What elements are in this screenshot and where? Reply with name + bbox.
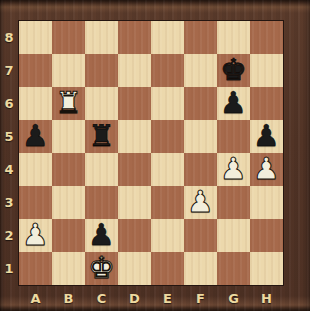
file-label-e: E xyxy=(151,286,184,311)
black-pawn[interactable]: ♟ xyxy=(253,121,280,151)
square-c1[interactable]: ♚ xyxy=(85,252,118,285)
square-e3[interactable] xyxy=(151,186,184,219)
square-d3[interactable] xyxy=(118,186,151,219)
square-c3[interactable] xyxy=(85,186,118,219)
square-f5[interactable] xyxy=(184,120,217,153)
rank-label-1: 1 xyxy=(0,252,18,285)
rank-label-8: 8 xyxy=(0,21,18,54)
rank-labels: 87654321 xyxy=(0,21,18,285)
square-c8[interactable] xyxy=(85,21,118,54)
square-b7[interactable] xyxy=(52,54,85,87)
square-g4[interactable]: ♟ xyxy=(217,153,250,186)
square-h1[interactable] xyxy=(250,252,283,285)
square-d5[interactable] xyxy=(118,120,151,153)
square-h6[interactable] xyxy=(250,87,283,120)
rank-label-2: 2 xyxy=(0,219,18,252)
square-h3[interactable] xyxy=(250,186,283,219)
white-pawn[interactable]: ♟ xyxy=(22,220,49,250)
file-label-c: C xyxy=(85,286,118,311)
file-label-d: D xyxy=(118,286,151,311)
file-label-h: H xyxy=(250,286,283,311)
square-a5[interactable]: ♟ xyxy=(19,120,52,153)
square-f1[interactable] xyxy=(184,252,217,285)
square-a4[interactable] xyxy=(19,153,52,186)
square-d2[interactable] xyxy=(118,219,151,252)
file-label-g: G xyxy=(217,286,250,311)
square-h4[interactable]: ♟ xyxy=(250,153,283,186)
file-label-f: F xyxy=(184,286,217,311)
square-h2[interactable] xyxy=(250,219,283,252)
square-e7[interactable] xyxy=(151,54,184,87)
square-a3[interactable] xyxy=(19,186,52,219)
square-f8[interactable] xyxy=(184,21,217,54)
square-a6[interactable] xyxy=(19,87,52,120)
white-rook[interactable]: ♜ xyxy=(55,88,82,118)
square-g5[interactable] xyxy=(217,120,250,153)
square-a8[interactable] xyxy=(19,21,52,54)
square-e1[interactable] xyxy=(151,252,184,285)
white-pawn[interactable]: ♟ xyxy=(220,154,247,184)
white-pawn[interactable]: ♟ xyxy=(253,154,280,184)
black-pawn[interactable]: ♟ xyxy=(220,88,247,118)
square-g7[interactable]: ♚ xyxy=(217,54,250,87)
square-f7[interactable] xyxy=(184,54,217,87)
file-label-b: B xyxy=(52,286,85,311)
square-h5[interactable]: ♟ xyxy=(250,120,283,153)
black-rook[interactable]: ♜ xyxy=(88,121,115,151)
square-f3[interactable]: ♟ xyxy=(184,186,217,219)
square-g1[interactable] xyxy=(217,252,250,285)
square-a2[interactable]: ♟ xyxy=(19,219,52,252)
square-g8[interactable] xyxy=(217,21,250,54)
white-king[interactable]: ♚ xyxy=(88,253,115,283)
chess-board-frame: 87654321 ♚♜♟♟♜♟♟♟♟♟♟♚ ABCDEFGH xyxy=(0,0,310,311)
square-a1[interactable] xyxy=(19,252,52,285)
square-g6[interactable]: ♟ xyxy=(217,87,250,120)
square-c5[interactable]: ♜ xyxy=(85,120,118,153)
square-e6[interactable] xyxy=(151,87,184,120)
square-e5[interactable] xyxy=(151,120,184,153)
square-a7[interactable] xyxy=(19,54,52,87)
white-pawn[interactable]: ♟ xyxy=(187,187,214,217)
square-b5[interactable] xyxy=(52,120,85,153)
square-d7[interactable] xyxy=(118,54,151,87)
square-c7[interactable] xyxy=(85,54,118,87)
square-b4[interactable] xyxy=(52,153,85,186)
square-g2[interactable] xyxy=(217,219,250,252)
square-h7[interactable] xyxy=(250,54,283,87)
rank-label-6: 6 xyxy=(0,87,18,120)
square-e2[interactable] xyxy=(151,219,184,252)
square-d4[interactable] xyxy=(118,153,151,186)
rank-label-4: 4 xyxy=(0,153,18,186)
square-b3[interactable] xyxy=(52,186,85,219)
square-c4[interactable] xyxy=(85,153,118,186)
black-pawn[interactable]: ♟ xyxy=(22,121,49,151)
square-h8[interactable] xyxy=(250,21,283,54)
square-f4[interactable] xyxy=(184,153,217,186)
square-b8[interactable] xyxy=(52,21,85,54)
square-b1[interactable] xyxy=(52,252,85,285)
file-labels: ABCDEFGH xyxy=(19,286,283,311)
square-e8[interactable] xyxy=(151,21,184,54)
rank-label-5: 5 xyxy=(0,120,18,153)
square-d8[interactable] xyxy=(118,21,151,54)
square-d1[interactable] xyxy=(118,252,151,285)
square-c6[interactable] xyxy=(85,87,118,120)
square-c2[interactable]: ♟ xyxy=(85,219,118,252)
square-g3[interactable] xyxy=(217,186,250,219)
square-b6[interactable]: ♜ xyxy=(52,87,85,120)
black-pawn[interactable]: ♟ xyxy=(88,220,115,250)
rank-label-7: 7 xyxy=(0,54,18,87)
square-f2[interactable] xyxy=(184,219,217,252)
rank-label-3: 3 xyxy=(0,186,18,219)
square-d6[interactable] xyxy=(118,87,151,120)
chess-board[interactable]: ♚♜♟♟♜♟♟♟♟♟♟♚ xyxy=(18,20,284,286)
square-b2[interactable] xyxy=(52,219,85,252)
square-f6[interactable] xyxy=(184,87,217,120)
black-king[interactable]: ♚ xyxy=(220,55,247,85)
file-label-a: A xyxy=(19,286,52,311)
square-e4[interactable] xyxy=(151,153,184,186)
